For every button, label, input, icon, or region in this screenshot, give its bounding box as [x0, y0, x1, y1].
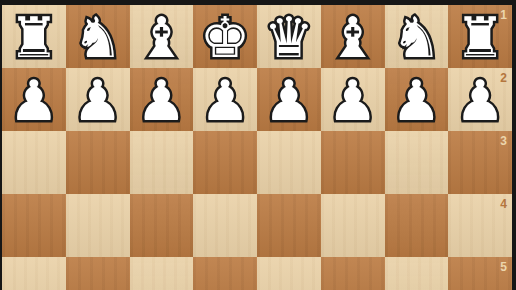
- square-g1[interactable]: [66, 5, 130, 68]
- square-f5[interactable]: [130, 257, 194, 290]
- square-f4[interactable]: [130, 194, 194, 257]
- square-f2[interactable]: [130, 68, 194, 131]
- chess-board-screen: 1 2 3 4 5: [0, 0, 516, 290]
- white-bishop[interactable]: [130, 5, 194, 68]
- white-rook[interactable]: [2, 5, 66, 68]
- rank-label-4: 4: [500, 198, 507, 210]
- square-e3[interactable]: [193, 131, 257, 194]
- square-b5[interactable]: [385, 257, 449, 290]
- white-pawn[interactable]: [66, 68, 130, 131]
- rank-label-5: 5: [500, 261, 507, 273]
- square-f3[interactable]: [130, 131, 194, 194]
- square-e2[interactable]: [193, 68, 257, 131]
- square-g4[interactable]: [66, 194, 130, 257]
- square-d5[interactable]: [257, 257, 321, 290]
- square-c5[interactable]: [321, 257, 385, 290]
- square-b4[interactable]: [385, 194, 449, 257]
- square-d1[interactable]: [257, 5, 321, 68]
- white-pawn[interactable]: [130, 68, 194, 131]
- square-c4[interactable]: [321, 194, 385, 257]
- square-c3[interactable]: [321, 131, 385, 194]
- white-pawn[interactable]: [321, 68, 385, 131]
- rank-label-1: 1: [500, 9, 507, 21]
- square-h3[interactable]: [2, 131, 66, 194]
- square-e4[interactable]: [193, 194, 257, 257]
- square-b3[interactable]: [385, 131, 449, 194]
- white-king[interactable]: [193, 5, 257, 68]
- square-d3[interactable]: [257, 131, 321, 194]
- square-d2[interactable]: [257, 68, 321, 131]
- square-g5[interactable]: [66, 257, 130, 290]
- square-e1[interactable]: [193, 5, 257, 68]
- square-b2[interactable]: [385, 68, 449, 131]
- white-pawn[interactable]: [193, 68, 257, 131]
- square-c2[interactable]: [321, 68, 385, 131]
- white-knight[interactable]: [385, 5, 449, 68]
- square-h5[interactable]: [2, 257, 66, 290]
- white-bishop[interactable]: [321, 5, 385, 68]
- square-h1[interactable]: [2, 5, 66, 68]
- white-pawn[interactable]: [257, 68, 321, 131]
- white-pawn[interactable]: [2, 68, 66, 131]
- square-g3[interactable]: [66, 131, 130, 194]
- rank-label-2: 2: [500, 72, 507, 84]
- square-h2[interactable]: [2, 68, 66, 131]
- rank-label-3: 3: [500, 135, 507, 147]
- white-pawn[interactable]: [385, 68, 449, 131]
- square-e5[interactable]: [193, 257, 257, 290]
- square-d4[interactable]: [257, 194, 321, 257]
- square-c1[interactable]: [321, 5, 385, 68]
- square-h4[interactable]: [2, 194, 66, 257]
- square-f1[interactable]: [130, 5, 194, 68]
- white-queen[interactable]: [257, 5, 321, 68]
- chess-board: [2, 5, 512, 290]
- square-b1[interactable]: [385, 5, 449, 68]
- white-knight[interactable]: [66, 5, 130, 68]
- square-g2[interactable]: [66, 68, 130, 131]
